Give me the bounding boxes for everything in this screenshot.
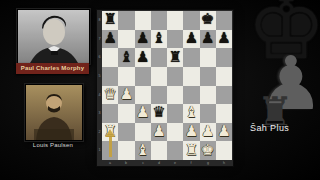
square-h1[interactable] — [216, 141, 232, 160]
piece-black-pawn[interactable]: ♟ — [135, 50, 151, 65]
square-e3[interactable] — [167, 104, 183, 123]
piece-black-queen[interactable]: ♛ — [151, 106, 167, 121]
square-e7[interactable] — [167, 30, 183, 49]
file-label-b: b — [122, 161, 132, 165]
file-label-h: h — [219, 161, 229, 165]
caption-morphy: Paul Charles Morphy — [16, 63, 89, 74]
square-d6[interactable] — [151, 48, 167, 67]
channel-title: Šah Plus — [250, 121, 300, 135]
square-d8[interactable] — [151, 11, 167, 30]
caption-paulsen: Louis Paulsen — [17, 141, 89, 150]
square-f7[interactable]: ♟ — [183, 30, 199, 49]
square-h7[interactable]: ♟ — [216, 30, 232, 49]
square-f4[interactable] — [183, 86, 199, 105]
rank-label-4: 4 — [98, 89, 101, 100]
piece-white-bishop[interactable]: ♝ — [135, 143, 151, 158]
square-c6[interactable]: ♟ — [135, 48, 151, 67]
piece-white-pawn[interactable]: ♟ — [135, 106, 151, 121]
morphy-portrait — [18, 10, 89, 63]
piece-black-king[interactable]: ♚ — [200, 13, 216, 28]
square-c8[interactable] — [135, 11, 151, 30]
square-e2[interactable] — [167, 123, 183, 142]
square-b4[interactable]: ♟ — [118, 86, 134, 105]
square-b2[interactable] — [118, 123, 134, 142]
square-h8[interactable] — [216, 11, 232, 30]
file-label-f: f — [187, 161, 197, 165]
file-label-d: d — [154, 161, 164, 165]
square-h4[interactable] — [216, 86, 232, 105]
square-e6[interactable]: ♜ — [167, 48, 183, 67]
square-a5[interactable] — [102, 67, 118, 86]
square-d3[interactable]: ♛ — [151, 104, 167, 123]
square-e1[interactable] — [167, 141, 183, 160]
square-a1[interactable] — [102, 141, 118, 160]
square-h6[interactable] — [216, 48, 232, 67]
piece-black-pawn[interactable]: ♟ — [135, 31, 151, 46]
piece-black-bishop[interactable]: ♝ — [118, 50, 134, 65]
piece-black-pawn[interactable]: ♟ — [183, 31, 199, 46]
square-g7[interactable]: ♟ — [200, 30, 216, 49]
paulsen-portrait — [26, 85, 82, 140]
square-f3[interactable]: ♝ — [183, 104, 199, 123]
file-label-c: c — [138, 161, 148, 165]
square-d4[interactable] — [151, 86, 167, 105]
piece-white-rook[interactable]: ♜ — [183, 143, 199, 158]
piece-white-pawn[interactable]: ♟ — [151, 124, 167, 139]
square-g3[interactable] — [200, 104, 216, 123]
piece-black-rook[interactable]: ♜ — [167, 50, 183, 65]
rank-label-5: 5 — [98, 71, 101, 82]
piece-black-pawn[interactable]: ♟ — [216, 31, 232, 46]
square-c4[interactable] — [135, 86, 151, 105]
file-label-a: a — [105, 161, 115, 165]
chess-board: 87654321 abcdefgh ♜♚♟♟♝♟♟♟♝♟♜♛♟♟♛♝♜♟♟♟♟♝… — [97, 10, 233, 166]
square-g5[interactable] — [200, 67, 216, 86]
square-d7[interactable]: ♝ — [151, 30, 167, 49]
square-g1[interactable]: ♚ — [200, 141, 216, 160]
square-a4[interactable]: ♛ — [102, 86, 118, 105]
piece-black-pawn[interactable]: ♟ — [102, 31, 118, 46]
piece-white-king[interactable]: ♚ — [200, 143, 216, 158]
square-b5[interactable] — [118, 67, 134, 86]
square-e8[interactable] — [167, 11, 183, 30]
square-a6[interactable] — [102, 48, 118, 67]
file-labels: abcdefgh — [102, 160, 232, 166]
rank-label-2: 2 — [98, 126, 101, 137]
piece-white-pawn[interactable]: ♟ — [118, 87, 134, 102]
square-f8[interactable] — [183, 11, 199, 30]
square-c2[interactable] — [135, 123, 151, 142]
piece-black-bishop[interactable]: ♝ — [151, 31, 167, 46]
square-g2[interactable]: ♟ — [200, 123, 216, 142]
square-a8[interactable]: ♜ — [102, 11, 118, 30]
piece-white-queen[interactable]: ♛ — [102, 87, 118, 102]
square-e4[interactable] — [167, 86, 183, 105]
rank-label-7: 7 — [98, 33, 101, 44]
file-label-e: e — [170, 161, 180, 165]
square-f6[interactable] — [183, 48, 199, 67]
square-f2[interactable]: ♟ — [183, 123, 199, 142]
rank-label-1: 1 — [98, 145, 101, 156]
square-e5[interactable] — [167, 67, 183, 86]
square-f5[interactable] — [183, 67, 199, 86]
square-c7[interactable]: ♟ — [135, 30, 151, 49]
photo-paulsen — [25, 84, 83, 141]
square-g4[interactable] — [200, 86, 216, 105]
square-a7[interactable]: ♟ — [102, 30, 118, 49]
square-b8[interactable] — [118, 11, 134, 30]
photo-morphy — [17, 9, 90, 64]
piece-white-rook[interactable]: ♜ — [102, 124, 118, 139]
square-d5[interactable] — [151, 67, 167, 86]
square-a3[interactable] — [102, 104, 118, 123]
video-frame: Paul Charles Morphy Louis Paulsen 876543… — [0, 0, 320, 180]
square-c1[interactable]: ♝ — [135, 141, 151, 160]
square-h5[interactable] — [216, 67, 232, 86]
piece-black-pawn[interactable]: ♟ — [200, 31, 216, 46]
square-a2[interactable]: ♜ — [102, 123, 118, 142]
square-g6[interactable] — [200, 48, 216, 67]
board-grid: ♜♚♟♟♝♟♟♟♝♟♜♛♟♟♛♝♜♟♟♟♟♝♜♚ — [102, 11, 232, 160]
piece-white-pawn[interactable]: ♟ — [200, 124, 216, 139]
square-c5[interactable] — [135, 67, 151, 86]
square-d2[interactable]: ♟ — [151, 123, 167, 142]
square-h2[interactable]: ♟ — [216, 123, 232, 142]
file-label-g: g — [203, 161, 213, 165]
square-b3[interactable] — [118, 104, 134, 123]
square-b6[interactable]: ♝ — [118, 48, 134, 67]
piece-white-pawn[interactable]: ♟ — [183, 124, 199, 139]
square-b1[interactable] — [118, 141, 134, 160]
square-g8[interactable]: ♚ — [200, 11, 216, 30]
piece-white-bishop[interactable]: ♝ — [183, 106, 199, 121]
square-f1[interactable]: ♜ — [183, 141, 199, 160]
square-b7[interactable] — [118, 30, 134, 49]
rank-label-6: 6 — [98, 52, 101, 63]
rank-label-8: 8 — [98, 15, 101, 26]
rank-label-3: 3 — [98, 108, 101, 119]
piece-black-rook[interactable]: ♜ — [102, 13, 118, 28]
square-c3[interactable]: ♟ — [135, 104, 151, 123]
square-d1[interactable] — [151, 141, 167, 160]
piece-white-pawn[interactable]: ♟ — [216, 124, 232, 139]
square-h3[interactable] — [216, 104, 232, 123]
